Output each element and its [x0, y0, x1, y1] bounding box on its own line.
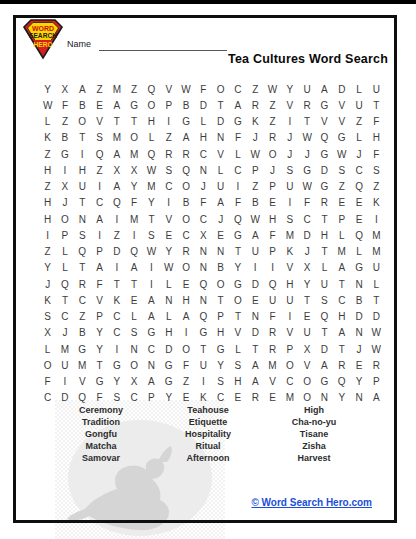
grid-cell: A — [333, 325, 350, 341]
grid-cell: K — [39, 292, 56, 308]
grid-cell: Z — [108, 227, 125, 243]
grid-cell: W — [247, 146, 264, 162]
grid-cell: W — [39, 97, 56, 113]
grid-cell: T — [316, 325, 333, 341]
grid-cell: H — [39, 162, 56, 178]
grid-cell: G — [91, 374, 108, 390]
grid-cell: Q — [229, 211, 246, 227]
grid-cell: O — [39, 357, 56, 373]
grid-cell: F — [229, 195, 246, 211]
grid-cell: N — [195, 162, 212, 178]
grid-cell: G — [212, 341, 229, 357]
grid-cell: C — [108, 325, 125, 341]
grid-cell: T — [333, 276, 350, 292]
grid-cell: C — [281, 374, 298, 390]
grid-cell: A — [177, 130, 194, 146]
grid-cell: A — [143, 309, 160, 325]
grid-cell: A — [108, 97, 125, 113]
grid-cell: J — [298, 244, 315, 260]
grid-cell: L — [333, 227, 350, 243]
grid-cell: C — [143, 341, 160, 357]
grid-cell: M — [125, 211, 142, 227]
grid-cell: J — [281, 146, 298, 162]
grid-cell: S — [160, 162, 177, 178]
grid-cell: R — [74, 276, 91, 292]
puzzle-title: Tea Cultures Word Search — [228, 52, 388, 66]
grid-cell: I — [281, 195, 298, 211]
grid-cell: R — [368, 357, 385, 373]
grid-cell: U — [212, 179, 229, 195]
grid-cell: R — [264, 130, 281, 146]
grid-cell: A — [74, 81, 91, 97]
grid-cell: Q — [143, 146, 160, 162]
grid-cell: D — [316, 162, 333, 178]
grid-cell: C — [74, 292, 91, 308]
grid-cell: M — [368, 244, 385, 260]
grid-cell: D — [368, 309, 385, 325]
grid-cell: E — [91, 97, 108, 113]
grid-cell: G — [160, 357, 177, 373]
grid-cell: M — [56, 341, 73, 357]
grid-cell: Y — [143, 195, 160, 211]
grid-cell: G — [160, 374, 177, 390]
grid-cell: U — [247, 244, 264, 260]
grid-cell: S — [281, 211, 298, 227]
grid-cell: Q — [91, 146, 108, 162]
word-list-item: Cha-no-yu — [239, 416, 389, 428]
grid-cell: V — [298, 357, 315, 373]
grid-cell: E — [350, 211, 367, 227]
grid-cell: Y — [212, 357, 229, 373]
grid-cell: G — [229, 227, 246, 243]
grid-cell: I — [125, 227, 142, 243]
grid-cell: S — [39, 309, 56, 325]
grid-cell: L — [160, 276, 177, 292]
grid-cell: U — [368, 260, 385, 276]
grid-cell: Q — [143, 81, 160, 97]
grid-cell: N — [212, 244, 229, 260]
grid-cell: I — [247, 260, 264, 276]
grid-cell: Y — [160, 244, 177, 260]
grid-cell: V — [91, 114, 108, 130]
grid-cell: T — [212, 292, 229, 308]
grid-cell: M — [74, 357, 91, 373]
grid-cell: T — [91, 357, 108, 373]
grid-cell: P — [160, 97, 177, 113]
grid-cell: W — [264, 81, 281, 97]
grid-cell: S — [143, 227, 160, 243]
grid-cell: L — [143, 130, 160, 146]
grid-cell: A — [143, 292, 160, 308]
grid-cell: I — [368, 211, 385, 227]
grid-cell: L — [160, 309, 177, 325]
grid-cell: H — [281, 276, 298, 292]
grid-cell: Q — [350, 227, 367, 243]
grid-cell: X — [108, 162, 125, 178]
name-label: Name — [67, 39, 91, 49]
grid-cell: G — [316, 179, 333, 195]
grid-cell: V — [160, 211, 177, 227]
grid-cell: Y — [108, 374, 125, 390]
grid-cell: U — [56, 357, 73, 373]
grid-cell: H — [143, 114, 160, 130]
grid-cell: O — [229, 292, 246, 308]
word-column-3: HighCha-no-yuTisaneZishaHarvest — [239, 404, 389, 464]
grid-cell: S — [368, 162, 385, 178]
grid-cell: L — [350, 81, 367, 97]
grid-cell: S — [74, 227, 91, 243]
grid-cell: T — [333, 341, 350, 357]
word-list-item: Harvest — [239, 452, 389, 464]
grid-cell: D — [195, 97, 212, 113]
grid-cell: W — [368, 341, 385, 357]
grid-cell: Q — [333, 374, 350, 390]
grid-cell: P — [212, 309, 229, 325]
grid-cell: L — [56, 260, 73, 276]
grid-cell: F — [56, 97, 73, 113]
grid-cell: A — [316, 357, 333, 373]
grid-cell: T — [74, 195, 91, 211]
grid-cell: Y — [229, 260, 246, 276]
grid-cell: M — [108, 81, 125, 97]
grid-cell: B — [74, 325, 91, 341]
grid-cell: Y — [39, 81, 56, 97]
grid-cell: C — [298, 211, 315, 227]
grid-cell: G — [74, 341, 91, 357]
grid-cell: M — [143, 179, 160, 195]
grid-cell: J — [350, 146, 367, 162]
grid-cell: K — [39, 130, 56, 146]
grid-cell: A — [143, 374, 160, 390]
grid-cell: W — [247, 211, 264, 227]
grid-cell: D — [247, 276, 264, 292]
grid-cell: U — [281, 179, 298, 195]
grid-cell: S — [125, 325, 142, 341]
grid-cell: A — [177, 309, 194, 325]
grid-cell: A — [212, 195, 229, 211]
grid-cell: F — [195, 195, 212, 211]
grid-cell: L — [195, 114, 212, 130]
grid-cell: R — [264, 325, 281, 341]
grid-cell: T — [143, 211, 160, 227]
grid-cell: P — [333, 211, 350, 227]
grid-cell: O — [74, 114, 91, 130]
grid-cell: X — [298, 341, 315, 357]
worksheet-page: WORD SEARCH HERO Name Tea Cultures Word … — [0, 0, 416, 539]
grid-cell: J — [281, 130, 298, 146]
grid-cell: O — [212, 276, 229, 292]
grid-cell: P — [264, 179, 281, 195]
grid-cell: G — [298, 162, 315, 178]
grid-cell: Y — [350, 374, 367, 390]
grid-cell: Z — [264, 97, 281, 113]
grid-cell: I — [108, 341, 125, 357]
grid-cell: U — [298, 325, 315, 341]
grid-cell: N — [247, 309, 264, 325]
grid-cell: G — [229, 276, 246, 292]
grid-cell: W — [143, 244, 160, 260]
grid-cell: Z — [39, 146, 56, 162]
grid-cell: W — [143, 162, 160, 178]
grid-cell: C — [229, 81, 246, 97]
grid-cell: L — [350, 244, 367, 260]
grid-cell: I — [143, 276, 160, 292]
grid-cell: E — [264, 195, 281, 211]
grid-cell: W — [160, 260, 177, 276]
grid-cell: E — [350, 357, 367, 373]
grid-cell: T — [229, 244, 246, 260]
grid-cell: Z — [125, 81, 142, 97]
grid-cell: M — [264, 357, 281, 373]
grid-cell: V — [91, 292, 108, 308]
grid-cell: E — [177, 276, 194, 292]
grid-cell: H — [195, 130, 212, 146]
grid-cell: Q — [125, 244, 142, 260]
grid-cell: J — [212, 211, 229, 227]
logo-text-hero: HERO — [33, 41, 52, 48]
grid-cell: A — [91, 211, 108, 227]
grid-cell: P — [91, 309, 108, 325]
grid-cell: T — [368, 292, 385, 308]
word-list-item: Tisane — [239, 428, 389, 440]
grid-cell: Q — [56, 276, 73, 292]
grid-cell: A — [125, 260, 142, 276]
grid-cell: U — [264, 292, 281, 308]
grid-cell: Y — [298, 276, 315, 292]
grid-cell: F — [195, 81, 212, 97]
grid-cell: U — [350, 97, 367, 113]
grid-cell: A — [229, 97, 246, 113]
grid-cell: I — [177, 325, 194, 341]
grid-cell: I — [281, 309, 298, 325]
grid-cell: A — [247, 227, 264, 243]
grid-cell: T — [368, 97, 385, 113]
grid-cell: Z — [333, 179, 350, 195]
grid-cell: V — [333, 97, 350, 113]
grid-cell: O — [125, 357, 142, 373]
grid-cell: C — [195, 211, 212, 227]
grid-cell: O — [56, 211, 73, 227]
grid-cell: R — [177, 146, 194, 162]
grid-cell: O — [143, 97, 160, 113]
grid-cell: Z — [350, 114, 367, 130]
grid-cell: M — [333, 244, 350, 260]
grid-cell: X — [125, 162, 142, 178]
grid-cell: Z — [368, 179, 385, 195]
grid-cell: I — [74, 146, 91, 162]
grid-cell: H — [160, 325, 177, 341]
grid-cell: P — [247, 162, 264, 178]
grid-cell: N — [143, 357, 160, 373]
grid-cell: C — [177, 227, 194, 243]
grid-cell: X — [39, 325, 56, 341]
grid-cell: F — [298, 195, 315, 211]
grid-cell: S — [229, 357, 246, 373]
grid-cell: A — [316, 81, 333, 97]
grid-cell: L — [39, 341, 56, 357]
grid-cell: F — [125, 195, 142, 211]
grid-cell: H — [39, 195, 56, 211]
grid-cell: V — [281, 97, 298, 113]
word-search-hero-logo: WORD SEARCH HERO — [21, 18, 65, 60]
grid-cell: I — [108, 260, 125, 276]
grid-cell: C — [56, 309, 73, 325]
grid-cell: I — [91, 227, 108, 243]
grid-cell: G — [143, 325, 160, 341]
grid-cell: N — [212, 130, 229, 146]
grid-cell: L — [368, 276, 385, 292]
grid-cell: H — [39, 211, 56, 227]
grid-cell: E — [298, 309, 315, 325]
grid-cell: N — [350, 325, 367, 341]
grid-cell: Q — [316, 130, 333, 146]
grid-cell: T — [298, 114, 315, 130]
grid-cell: F — [39, 374, 56, 390]
grid-cell: L — [350, 130, 367, 146]
copyright-link[interactable]: © Word Search Hero.com — [251, 497, 372, 508]
grid-cell: U — [298, 81, 315, 97]
grid-cell: L — [316, 260, 333, 276]
grid-cell: Z — [160, 130, 177, 146]
grid-cell: U — [281, 292, 298, 308]
grid-cell: O — [177, 211, 194, 227]
grid-cell: V — [333, 114, 350, 130]
top-border-bar — [0, 0, 416, 4]
grid-cell: G — [316, 374, 333, 390]
grid-cell: A — [91, 260, 108, 276]
grid-cell: A — [108, 179, 125, 195]
grid-cell: D — [333, 81, 350, 97]
grid-cell: V — [281, 260, 298, 276]
grid-cell: X — [125, 374, 142, 390]
grid-cell: I — [39, 227, 56, 243]
grid-cell: B — [74, 97, 91, 113]
grid-cell: N — [125, 341, 142, 357]
grid-cell: Q — [177, 162, 194, 178]
grid-cell: P — [264, 244, 281, 260]
grid-cell: A — [108, 146, 125, 162]
grid-cell: L — [229, 341, 246, 357]
grid-cell: X — [56, 179, 73, 195]
grid-cell: I — [108, 211, 125, 227]
grid-cell: Z — [74, 309, 91, 325]
grid-cell: W — [333, 146, 350, 162]
grid-cell: E — [212, 227, 229, 243]
grid-cell: A — [247, 357, 264, 373]
grid-cell: W — [368, 325, 385, 341]
grid-cell: T — [56, 292, 73, 308]
grid-cell: F — [368, 146, 385, 162]
grid-cell: I — [56, 162, 73, 178]
grid-cell: U — [368, 81, 385, 97]
grid-cell: C — [229, 162, 246, 178]
grid-cell: Z — [247, 179, 264, 195]
grid-cell: I — [195, 374, 212, 390]
grid-cell: V — [160, 81, 177, 97]
grid-cell: B — [177, 97, 194, 113]
grid-cell: C — [195, 146, 212, 162]
grid-cell: K — [108, 292, 125, 308]
grid-cell: B — [247, 195, 264, 211]
grid-cell: G — [125, 97, 142, 113]
grid-cell: R — [298, 97, 315, 113]
grid-cell: Z — [39, 179, 56, 195]
grid-cell: D — [298, 227, 315, 243]
grid-cell: Z — [91, 81, 108, 97]
grid-cell: X — [298, 260, 315, 276]
grid-cell: C — [108, 309, 125, 325]
grid-cell: X — [56, 81, 73, 97]
grid-cell: G — [108, 357, 125, 373]
grid-cell: F — [264, 227, 281, 243]
grid-cell: W — [298, 130, 315, 146]
grid-cell: M — [368, 227, 385, 243]
grid-cell: G — [229, 114, 246, 130]
grid-cell: V — [212, 146, 229, 162]
grid-cell: K — [247, 114, 264, 130]
grid-cell: E — [247, 292, 264, 308]
grid-cell: B — [350, 292, 367, 308]
grid-cell: Z — [56, 114, 73, 130]
grid-cell: J — [56, 195, 73, 211]
grid-cell: J — [247, 130, 264, 146]
grid-cell: Y — [91, 341, 108, 357]
grid-cell: Y — [125, 179, 142, 195]
grid-cell: M — [108, 130, 125, 146]
grid-cell: J — [39, 276, 56, 292]
grid-cell: I — [56, 374, 73, 390]
grid-cell: O — [264, 146, 281, 162]
grid-cell: H — [316, 227, 333, 243]
grid-cell: Z — [177, 374, 194, 390]
grid-cell: H — [368, 130, 385, 146]
logo-text-word: WORD — [32, 25, 54, 32]
grid-cell: N — [195, 292, 212, 308]
grid-cell: G — [333, 130, 350, 146]
grid-cell: T — [195, 341, 212, 357]
grid-cell: T — [108, 114, 125, 130]
grid-cell: I — [160, 114, 177, 130]
grid-cell: F — [368, 114, 385, 130]
grid-cell: G — [177, 114, 194, 130]
grid-cell: D — [108, 244, 125, 260]
grid-cell: O — [177, 260, 194, 276]
grid-cell: H — [333, 309, 350, 325]
grid-cell: R — [177, 244, 194, 260]
grid-cell: T — [74, 260, 91, 276]
grid-cell: P — [91, 244, 108, 260]
grid-cell: R — [316, 195, 333, 211]
grid-cell: G — [195, 325, 212, 341]
grid-cell: O — [212, 81, 229, 97]
word-list-item: Zisha — [239, 440, 389, 452]
grid-cell: B — [212, 260, 229, 276]
grid-cell: P — [56, 227, 73, 243]
grid-cell: I — [160, 195, 177, 211]
grid-cell: T — [229, 309, 246, 325]
grid-cell: F — [264, 309, 281, 325]
grid-cell: N — [350, 276, 367, 292]
grid-cell: N — [160, 292, 177, 308]
grid-cell: Z — [264, 114, 281, 130]
grid-cell: U — [195, 357, 212, 373]
grid-cell: F — [91, 276, 108, 292]
grid-cell: T — [108, 276, 125, 292]
grid-cell: O — [298, 374, 315, 390]
grid-cell: Y — [91, 325, 108, 341]
grid-cell: Q — [74, 244, 91, 260]
grid-cell: L — [212, 162, 229, 178]
